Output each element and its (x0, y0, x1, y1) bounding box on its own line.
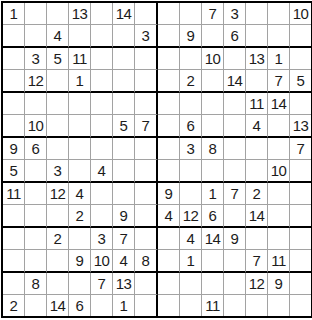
cell-r9c13[interactable] (268, 183, 290, 205)
cell-r4c12[interactable] (246, 70, 268, 93)
cell-r6c7[interactable]: 7 (135, 115, 158, 138)
cell-r14c7[interactable] (135, 295, 158, 316)
cell-r14c6[interactable]: 1 (113, 295, 135, 316)
board-row-7: 96387 (3, 138, 311, 160)
board-row-13: 8713129 (3, 273, 311, 295)
cell-r2c9[interactable]: 9 (180, 25, 202, 48)
cell-r6c4[interactable] (69, 115, 91, 138)
cell-r13c3[interactable] (47, 273, 69, 295)
cell-r12c14[interactable] (290, 250, 311, 273)
cell-r7c2[interactable]: 6 (25, 138, 47, 160)
cell-r6c13[interactable] (268, 115, 290, 138)
cell-r13c11[interactable] (224, 273, 246, 295)
cell-r3c7[interactable] (135, 48, 158, 70)
cell-r13c5[interactable]: 7 (91, 273, 113, 295)
board-row-12: 910481711 (3, 250, 311, 273)
cell-r14c1[interactable]: 2 (3, 295, 25, 316)
cell-r10c5[interactable] (91, 205, 113, 228)
cell-r9c6[interactable] (113, 183, 135, 205)
cell-r13c13[interactable]: 9 (268, 273, 290, 295)
cell-r11c1[interactable] (3, 228, 25, 250)
cell-r11c2[interactable] (25, 228, 47, 250)
cell-r11c12[interactable] (246, 228, 268, 250)
cell-r3c14[interactable] (290, 48, 311, 70)
board-row-14: 2146111 (3, 295, 311, 316)
cell-r10c13[interactable] (268, 205, 290, 228)
cell-r5c10[interactable] (202, 93, 224, 115)
cell-r7c14[interactable]: 7 (290, 138, 311, 160)
board-row-6: 10576413 (3, 115, 311, 138)
cell-r4c3[interactable] (47, 70, 69, 93)
cell-r7c3[interactable] (47, 138, 69, 160)
cell-r8c9[interactable] (180, 160, 202, 183)
cell-r11c8[interactable] (158, 228, 180, 250)
cell-r12c9[interactable]: 1 (180, 250, 202, 273)
cell-r10c4[interactable]: 2 (69, 205, 91, 228)
cell-r6c14[interactable]: 13 (290, 115, 311, 138)
cell-r4c4[interactable]: 1 (69, 70, 91, 93)
cell-r6c3[interactable] (47, 115, 69, 138)
cell-r5c8[interactable] (158, 93, 180, 115)
cell-r2c12[interactable] (246, 25, 268, 48)
cell-r10c2[interactable] (25, 205, 47, 228)
cell-r1c4[interactable]: 13 (69, 3, 91, 25)
cell-r14c9[interactable] (180, 295, 202, 316)
cell-r11c6[interactable]: 7 (113, 228, 135, 250)
cell-r12c5[interactable]: 10 (91, 250, 113, 273)
page: 1131473104396351110131121214751114105764… (0, 0, 312, 319)
cell-r1c1[interactable]: 1 (3, 3, 25, 25)
cell-r1c7[interactable] (135, 3, 158, 25)
cell-r9c7[interactable] (135, 183, 158, 205)
cell-r5c13[interactable]: 14 (268, 93, 290, 115)
cell-r4c5[interactable] (91, 70, 113, 93)
cell-r6c10[interactable] (202, 115, 224, 138)
cell-r9c2[interactable] (25, 183, 47, 205)
cell-r5c12[interactable]: 11 (246, 93, 268, 115)
cell-r10c12[interactable]: 14 (246, 205, 268, 228)
cell-r6c9[interactable]: 6 (180, 115, 202, 138)
cell-r5c4[interactable] (69, 93, 91, 115)
cell-r4c10[interactable] (202, 70, 224, 93)
cell-r1c11[interactable]: 3 (224, 3, 246, 25)
cell-r1c8[interactable] (158, 3, 180, 25)
cell-r2c4[interactable] (69, 25, 91, 48)
cell-r1c9[interactable] (180, 3, 202, 25)
cell-r3c13[interactable]: 1 (268, 48, 290, 70)
cell-r2c11[interactable]: 6 (224, 25, 246, 48)
cell-r14c2[interactable] (25, 295, 47, 316)
cell-r14c10[interactable]: 11 (202, 295, 224, 316)
cell-r5c2[interactable] (25, 93, 47, 115)
cell-r13c14[interactable] (290, 273, 311, 295)
cell-r5c9[interactable] (180, 93, 202, 115)
cell-r6c2[interactable]: 10 (25, 115, 47, 138)
cell-r8c8[interactable] (158, 160, 180, 183)
cell-r3c5[interactable] (91, 48, 113, 70)
cell-r9c1[interactable]: 11 (3, 183, 25, 205)
cell-r1c14[interactable]: 10 (290, 3, 311, 25)
cell-r13c1[interactable] (3, 273, 25, 295)
cell-r2c13[interactable] (268, 25, 290, 48)
cell-r7c11[interactable] (224, 138, 246, 160)
cell-r7c7[interactable] (135, 138, 158, 160)
board-row-5: 1114 (3, 93, 311, 115)
cell-r14c11[interactable] (224, 295, 246, 316)
cell-r1c10[interactable]: 7 (202, 3, 224, 25)
cell-r4c11[interactable]: 14 (224, 70, 246, 93)
cell-r3c10[interactable]: 10 (202, 48, 224, 70)
cell-r12c11[interactable] (224, 250, 246, 273)
cell-r9c8[interactable]: 9 (158, 183, 180, 205)
cell-r8c4[interactable] (69, 160, 91, 183)
cell-r11c13[interactable] (268, 228, 290, 250)
cell-r11c4[interactable] (69, 228, 91, 250)
cell-r10c6[interactable]: 9 (113, 205, 135, 228)
cell-r8c13[interactable]: 10 (268, 160, 290, 183)
cell-r11c7[interactable] (135, 228, 158, 250)
cell-r6c5[interactable] (91, 115, 113, 138)
cell-r4c1[interactable] (3, 70, 25, 93)
sudoku-board: 1131473104396351110131121214751114105764… (1, 1, 312, 318)
cell-r11c5[interactable]: 3 (91, 228, 113, 250)
cell-r10c7[interactable] (135, 205, 158, 228)
cell-r2c3[interactable]: 4 (47, 25, 69, 48)
cell-r8c7[interactable] (135, 160, 158, 183)
cell-r8c2[interactable] (25, 160, 47, 183)
cell-r12c2[interactable] (25, 250, 47, 273)
board-row-8: 53410 (3, 160, 311, 183)
cell-r4c2[interactable]: 12 (25, 70, 47, 93)
cell-r7c9[interactable]: 3 (180, 138, 202, 160)
cell-r1c3[interactable] (47, 3, 69, 25)
board-row-9: 111249172 (3, 183, 311, 205)
cell-r3c9[interactable] (180, 48, 202, 70)
cell-r4c6[interactable] (113, 70, 135, 93)
board-row-11: 2374149 (3, 228, 311, 250)
cell-r14c4[interactable]: 6 (69, 295, 91, 316)
cell-r9c9[interactable] (180, 183, 202, 205)
cell-r5c3[interactable] (47, 93, 69, 115)
cell-r3c6[interactable] (113, 48, 135, 70)
cell-r7c4[interactable] (69, 138, 91, 160)
cell-r14c8[interactable] (158, 295, 180, 316)
board-row-3: 351110131 (3, 48, 311, 70)
cell-r1c12[interactable] (246, 3, 268, 25)
cell-r2c14[interactable] (290, 25, 311, 48)
cell-r3c2[interactable]: 3 (25, 48, 47, 70)
board-row-2: 4396 (3, 25, 311, 48)
cell-r12c13[interactable]: 11 (268, 250, 290, 273)
cell-r3c1[interactable] (3, 48, 25, 70)
cell-r5c7[interactable] (135, 93, 158, 115)
cell-r3c4[interactable]: 11 (69, 48, 91, 70)
cell-r8c1[interactable]: 5 (3, 160, 25, 183)
cell-r2c1[interactable] (3, 25, 25, 48)
cell-r14c14[interactable] (290, 295, 311, 316)
cell-r8c5[interactable]: 4 (91, 160, 113, 183)
cell-r7c1[interactable]: 9 (3, 138, 25, 160)
cell-r1c13[interactable] (268, 3, 290, 25)
cell-r11c9[interactable]: 4 (180, 228, 202, 250)
cell-r8c11[interactable] (224, 160, 246, 183)
cell-r13c10[interactable] (202, 273, 224, 295)
cell-r7c10[interactable]: 8 (202, 138, 224, 160)
cell-r2c5[interactable] (91, 25, 113, 48)
cell-r12c1[interactable] (3, 250, 25, 273)
cell-r10c8[interactable]: 4 (158, 205, 180, 228)
cell-r4c9[interactable]: 2 (180, 70, 202, 93)
cell-r7c8[interactable] (158, 138, 180, 160)
cell-r5c5[interactable] (91, 93, 113, 115)
cell-r7c12[interactable] (246, 138, 268, 160)
cell-r10c3[interactable] (47, 205, 69, 228)
cell-r10c9[interactable]: 12 (180, 205, 202, 228)
cell-r9c4[interactable]: 4 (69, 183, 91, 205)
cell-r9c10[interactable]: 1 (202, 183, 224, 205)
cell-r6c12[interactable]: 4 (246, 115, 268, 138)
cell-r10c11[interactable] (224, 205, 246, 228)
cell-r9c14[interactable] (290, 183, 311, 205)
cell-r4c14[interactable]: 5 (290, 70, 311, 93)
cell-r9c3[interactable]: 12 (47, 183, 69, 205)
cell-r12c12[interactable]: 7 (246, 250, 268, 273)
cell-r7c13[interactable] (268, 138, 290, 160)
cell-r9c12[interactable]: 2 (246, 183, 268, 205)
cell-r4c7[interactable] (135, 70, 158, 93)
cell-r6c1[interactable] (3, 115, 25, 138)
board-row-10: 29412614 (3, 205, 311, 228)
cell-r2c6[interactable] (113, 25, 135, 48)
cell-r7c6[interactable] (113, 138, 135, 160)
cell-r13c4[interactable] (69, 273, 91, 295)
cell-r14c12[interactable] (246, 295, 268, 316)
cell-r1c5[interactable] (91, 3, 113, 25)
cell-r3c11[interactable] (224, 48, 246, 70)
cell-r2c2[interactable] (25, 25, 47, 48)
cell-r13c8[interactable] (158, 273, 180, 295)
cell-r11c14[interactable] (290, 228, 311, 250)
cell-r12c8[interactable] (158, 250, 180, 273)
board-row-1: 113147310 (3, 3, 311, 25)
cell-r3c8[interactable] (158, 48, 180, 70)
cell-r14c5[interactable] (91, 295, 113, 316)
cell-r8c6[interactable] (113, 160, 135, 183)
cell-r8c10[interactable] (202, 160, 224, 183)
cell-r14c13[interactable] (268, 295, 290, 316)
cell-r2c7[interactable]: 3 (135, 25, 158, 48)
cell-r13c2[interactable]: 8 (25, 273, 47, 295)
cell-r6c11[interactable] (224, 115, 246, 138)
cell-r5c6[interactable] (113, 93, 135, 115)
board-row-4: 12121475 (3, 70, 311, 93)
cell-r12c3[interactable] (47, 250, 69, 273)
cell-r12c6[interactable]: 4 (113, 250, 135, 273)
cell-r4c13[interactable]: 7 (268, 70, 290, 93)
cell-r13c9[interactable] (180, 273, 202, 295)
cell-r13c6[interactable]: 13 (113, 273, 135, 295)
cell-r6c6[interactable]: 5 (113, 115, 135, 138)
cell-r12c4[interactable]: 9 (69, 250, 91, 273)
cell-r2c10[interactable] (202, 25, 224, 48)
cell-r3c3[interactable]: 5 (47, 48, 69, 70)
cell-r11c10[interactable]: 14 (202, 228, 224, 250)
cell-r10c10[interactable]: 6 (202, 205, 224, 228)
cell-r8c14[interactable] (290, 160, 311, 183)
cell-r8c3[interactable]: 3 (47, 160, 69, 183)
cell-r13c12[interactable]: 12 (246, 273, 268, 295)
cell-r1c2[interactable] (25, 3, 47, 25)
cell-r12c7[interactable]: 8 (135, 250, 158, 273)
cell-r4c8[interactable] (158, 70, 180, 93)
cell-r11c11[interactable]: 9 (224, 228, 246, 250)
cell-r9c11[interactable]: 7 (224, 183, 246, 205)
cell-r9c5[interactable] (91, 183, 113, 205)
cell-r2c8[interactable] (158, 25, 180, 48)
cell-r10c14[interactable] (290, 205, 311, 228)
cell-r13c7[interactable] (135, 273, 158, 295)
cell-r5c14[interactable] (290, 93, 311, 115)
cell-r11c3[interactable]: 2 (47, 228, 69, 250)
cell-r7c5[interactable] (91, 138, 113, 160)
cell-r14c3[interactable]: 14 (47, 295, 69, 316)
cell-r10c1[interactable] (3, 205, 25, 228)
cell-r1c6[interactable]: 14 (113, 3, 135, 25)
cell-r6c8[interactable] (158, 115, 180, 138)
cell-r12c10[interactable] (202, 250, 224, 273)
cell-r8c12[interactable] (246, 160, 268, 183)
cell-r5c11[interactable] (224, 93, 246, 115)
cell-r3c12[interactable]: 13 (246, 48, 268, 70)
cell-r5c1[interactable] (3, 93, 25, 115)
